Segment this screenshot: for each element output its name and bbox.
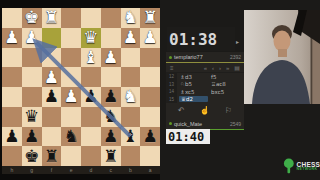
game-panel: templario77 2392 ≡«‹›»▤ 12♗d3f513♘b5♖ac8… <box>166 52 244 129</box>
square-h7[interactable]: ♟ <box>2 127 22 147</box>
move-list: 12♗d3f513♘b5♖ac814♗xc5bxc515♕d2 <box>166 73 244 103</box>
square-d7[interactable] <box>81 127 101 147</box>
square-h3[interactable] <box>2 48 22 68</box>
square-c1[interactable] <box>101 8 121 28</box>
player-name-bottom[interactable]: quick_Mate <box>174 121 202 127</box>
nav-next-icon[interactable]: › <box>219 65 221 71</box>
person-neck <box>278 49 287 57</box>
black-king-g8[interactable]: ♚ <box>24 148 39 165</box>
file-label-d: d <box>81 166 101 174</box>
white-rook-f1[interactable]: ♜ <box>44 9 59 26</box>
square-g5[interactable] <box>22 87 42 107</box>
black-pawn-c5[interactable]: ♟ <box>103 88 118 105</box>
square-f5[interactable]: ♟ <box>42 87 62 107</box>
move-12-black[interactable]: f5 <box>208 74 244 80</box>
square-a5[interactable] <box>140 87 160 107</box>
square-e8[interactable] <box>61 146 81 166</box>
square-f1[interactable]: ♜ <box>42 8 62 28</box>
resign-flag-icon[interactable]: ⚐ <box>225 106 232 115</box>
square-c3[interactable]: ♟ <box>101 48 121 68</box>
square-a7[interactable]: ♟ <box>140 127 160 147</box>
square-b1[interactable]: ♞ <box>121 8 141 28</box>
square-b4[interactable] <box>121 67 141 87</box>
file-label-c: c <box>101 166 121 174</box>
square-e4[interactable] <box>61 67 81 87</box>
white-rook-a1[interactable]: ♜ <box>143 9 158 26</box>
square-b7[interactable]: ♝ <box>121 127 141 147</box>
square-b2[interactable]: ♟ <box>121 28 141 48</box>
square-h8[interactable] <box>2 146 22 166</box>
square-h1[interactable] <box>2 8 22 28</box>
square-a4[interactable] <box>140 67 160 87</box>
move-14-black[interactable]: bxc5 <box>208 89 244 95</box>
square-g6[interactable]: ♛ <box>22 107 42 127</box>
move-row: 14♗xc5bxc5 <box>166 88 244 96</box>
nav-last-icon[interactable]: » <box>226 65 229 71</box>
move-toolbar: ≡«‹›»▤ <box>166 63 244 73</box>
square-d1[interactable] <box>81 8 101 28</box>
square-c5[interactable]: ♟ <box>101 87 121 107</box>
file-label-h: h <box>2 166 22 174</box>
square-g7[interactable]: ♟ <box>22 127 42 147</box>
move-13-white[interactable]: ♘b5 <box>177 81 208 87</box>
move-number: 15 <box>166 96 177 104</box>
file-coordinates: hgfedcba <box>2 166 160 174</box>
logo-text-line2: NETWORK <box>297 168 320 172</box>
black-knight-e7[interactable]: ♞ <box>64 128 79 145</box>
move-13-black[interactable]: ♖ac8 <box>208 81 244 87</box>
white-pawn-e5[interactable]: ♟ <box>64 88 79 105</box>
move-15-white[interactable]: ♕d2 <box>179 96 208 102</box>
square-d4[interactable] <box>81 67 101 87</box>
square-g8[interactable]: ♚ <box>22 146 42 166</box>
player-name-top[interactable]: templario77 <box>174 54 203 60</box>
square-b5[interactable]: ♞ <box>121 87 141 107</box>
square-b3[interactable] <box>121 48 141 68</box>
move-row: 12♗d3f5 <box>166 73 244 81</box>
takeback-icon[interactable]: ↶ <box>178 106 185 115</box>
clock-corner-icon: ▸ <box>236 38 239 45</box>
square-g4[interactable] <box>22 67 42 87</box>
square-a8[interactable] <box>140 146 160 166</box>
square-c4[interactable] <box>101 67 121 87</box>
nav-first-icon[interactable]: « <box>204 65 207 71</box>
square-d8[interactable] <box>81 146 101 166</box>
square-f6[interactable] <box>42 107 62 127</box>
nav-prev-icon[interactable]: ‹ <box>212 65 214 71</box>
move-row: 13♘b5♖ac8 <box>166 81 244 89</box>
black-pawn-g7[interactable]: ♟ <box>24 128 39 145</box>
square-g2[interactable]: ♟ <box>22 28 42 48</box>
file-label-g: g <box>22 166 42 174</box>
square-b8[interactable] <box>121 146 141 166</box>
square-d3[interactable]: ♝ <box>81 48 101 68</box>
draw-offer-icon[interactable]: ☝ <box>200 106 210 115</box>
square-c7[interactable]: ♟ <box>101 127 121 147</box>
chessnetwork-logo: CHESS NETWORK <box>283 156 320 177</box>
square-f8[interactable]: ♜ <box>42 146 62 166</box>
square-c6[interactable]: ♞ <box>101 107 121 127</box>
bottom-clock: 01:40 <box>166 129 210 144</box>
square-f7[interactable] <box>42 127 62 147</box>
white-pawn-b2[interactable]: ♟ <box>123 29 138 46</box>
black-bishop-b7[interactable]: ♝ <box>123 128 138 145</box>
webcam <box>244 10 320 104</box>
white-pawn-a2[interactable]: ♟ <box>143 29 158 46</box>
square-h4[interactable] <box>2 67 22 87</box>
white-bishop-d3[interactable]: ♝ <box>83 49 98 66</box>
square-h5[interactable] <box>2 87 22 107</box>
white-pawn-f4[interactable]: ♟ <box>44 69 59 86</box>
white-king-g1[interactable]: ♚ <box>24 9 39 26</box>
square-d6[interactable] <box>81 107 101 127</box>
black-pawn-h7[interactable]: ♟ <box>4 128 19 145</box>
board: ♚♜♞♜♟♟♛♟♟♝♟♟♟♟♟♟♞♛♞♟♟♞♟♝♟♚♜♜ <box>2 8 160 166</box>
player-rating-top: 2392 <box>230 54 241 60</box>
white-queen-d2[interactable]: ♛ <box>83 29 98 46</box>
black-pawn-f5[interactable]: ♟ <box>44 88 59 105</box>
black-rook-f8[interactable]: ♜ <box>44 148 59 165</box>
white-pawn-g2[interactable]: ♟ <box>24 29 39 46</box>
black-pawn-a7[interactable]: ♟ <box>143 128 158 145</box>
square-a3[interactable] <box>140 48 160 68</box>
square-e7[interactable]: ♞ <box>61 127 81 147</box>
online-dot-icon <box>169 122 172 125</box>
square-c2[interactable] <box>101 28 121 48</box>
square-f4[interactable]: ♟ <box>42 67 62 87</box>
square-f3[interactable] <box>42 48 62 68</box>
black-queen-g6[interactable]: ♛ <box>24 108 39 125</box>
player-rating-bottom: 2549 <box>230 121 241 127</box>
move-14-white[interactable]: ♗xc5 <box>177 89 208 95</box>
move-number: 12 <box>166 73 177 81</box>
white-pawn-c3[interactable]: ♟ <box>103 49 118 66</box>
square-h6[interactable] <box>2 107 22 127</box>
move-number: 13 <box>166 81 177 89</box>
file-label-e: e <box>61 166 81 174</box>
top-clock: 01:38 <box>167 27 235 51</box>
move-12-white[interactable]: ♗d3 <box>177 74 208 80</box>
move-row: 15♕d2 <box>166 96 244 104</box>
stream-frame: ♚♜♞♜♟♟♛♟♟♝♟♟♟♟♟♟♞♛♞♟♟♞♟♝♟♚♜♜ hgfedcba 01… <box>0 0 320 180</box>
square-a2[interactable]: ♟ <box>140 28 160 48</box>
black-rook-c8[interactable]: ♜ <box>103 148 118 165</box>
player-bar-top: templario77 2392 <box>166 52 244 63</box>
white-knight-b5[interactable]: ♞ <box>123 88 138 105</box>
book-icon[interactable]: ▤ <box>234 64 240 71</box>
square-a1[interactable]: ♜ <box>140 8 160 28</box>
square-c8[interactable]: ♜ <box>101 146 121 166</box>
menu-icon[interactable]: ≡ <box>170 65 174 71</box>
file-label-a: a <box>140 166 160 174</box>
black-pawn-d5[interactable]: ♟ <box>83 88 98 105</box>
square-d5[interactable]: ♟ <box>81 87 101 107</box>
black-knight-c6[interactable]: ♞ <box>103 108 118 125</box>
move-number: 14 <box>166 88 177 96</box>
person-face <box>274 31 291 52</box>
square-g3[interactable] <box>22 48 42 68</box>
square-e1[interactable] <box>61 8 81 28</box>
black-pawn-c7[interactable]: ♟ <box>103 128 118 145</box>
square-f2[interactable] <box>42 28 62 48</box>
online-dot-icon <box>169 56 172 59</box>
white-knight-b1[interactable]: ♞ <box>123 9 138 26</box>
square-b6[interactable] <box>121 107 141 127</box>
white-pawn-h2[interactable]: ♟ <box>4 29 19 46</box>
square-e5[interactable]: ♟ <box>61 87 81 107</box>
square-g1[interactable]: ♚ <box>22 8 42 28</box>
file-label-b: b <box>121 166 141 174</box>
square-e2[interactable] <box>61 28 81 48</box>
game-actions: ↶☝⚐ <box>166 103 244 118</box>
square-h2[interactable]: ♟ <box>2 28 22 48</box>
square-a6[interactable] <box>140 107 160 127</box>
square-d2[interactable]: ♛ <box>81 28 101 48</box>
file-label-f: f <box>42 166 62 174</box>
tree-icon <box>283 157 295 176</box>
square-e6[interactable] <box>61 107 81 127</box>
square-e3[interactable] <box>61 48 81 68</box>
